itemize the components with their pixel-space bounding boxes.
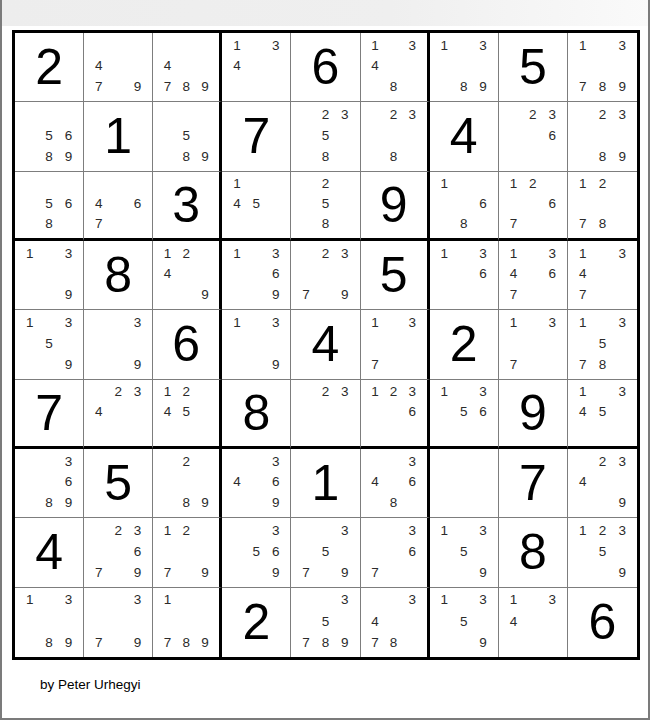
pencil-digit-4 [20, 125, 39, 146]
pencil-digit-7 [227, 354, 246, 375]
pencil-digit-5: 5 [454, 402, 473, 422]
pencil-digit-4 [366, 402, 385, 422]
pencil-grid: 467 [84, 172, 152, 238]
cell-r7c3[interactable]: 289 [153, 449, 222, 518]
cell-r1c1[interactable]: 2 [15, 33, 84, 102]
pencil-digit-3: 3 [59, 590, 78, 611]
given-digit: 9 [361, 172, 427, 238]
cell-r4c7[interactable]: 136 [430, 241, 499, 310]
pencil-digit-6 [612, 264, 632, 285]
pencil-digit-9 [403, 562, 422, 583]
pencil-digit-5 [384, 472, 403, 493]
pencil-digit-3: 3 [612, 520, 632, 541]
cell-r8c2[interactable]: 23679 [84, 518, 153, 587]
pencil-digit-3: 3 [403, 104, 422, 125]
pencil-digit-5 [523, 125, 542, 146]
pencil-digit-4 [296, 402, 315, 422]
pencil-digit-3: 3 [612, 104, 632, 125]
cell-r8c3[interactable]: 1279 [153, 518, 222, 587]
pencil-digit-1 [366, 451, 385, 472]
pencil-digit-1 [158, 451, 177, 472]
pencil-digit-5 [384, 333, 403, 354]
given-digit: 1 [84, 102, 152, 170]
cell-r1c2[interactable]: 479 [84, 33, 153, 102]
pencil-digit-1 [573, 104, 593, 125]
cell-r4c4[interactable]: 1369 [222, 241, 291, 310]
pencil-digit-2: 2 [593, 451, 613, 472]
pencil-digit-4 [89, 541, 108, 562]
pencil-digit-1: 1 [435, 590, 454, 611]
pencil-digit-8 [523, 214, 542, 234]
pencil-digit-7 [20, 493, 39, 514]
pencil-digit-4 [158, 611, 177, 632]
cell-r2c7[interactable]: 4 [430, 102, 499, 171]
pencil-digit-6 [612, 402, 632, 422]
cell-r9c1[interactable]: 1389 [15, 588, 84, 657]
cell-r9c7[interactable]: 1359 [430, 588, 499, 657]
pencil-digit-9: 9 [59, 285, 78, 306]
pencil-grid: 1369 [222, 241, 290, 309]
given-digit: 2 [222, 588, 290, 657]
pencil-digit-9: 9 [266, 354, 285, 375]
pencil-digit-6 [196, 541, 215, 562]
pencil-digit-7 [366, 146, 385, 167]
pencil-digit-7 [573, 562, 593, 583]
cell-r8c7[interactable]: 1359 [430, 518, 499, 587]
pencil-grid: 258 [291, 172, 359, 238]
pencil-digit-5 [316, 402, 335, 422]
pencil-digit-3: 3 [266, 243, 285, 264]
pencil-digit-7 [20, 146, 39, 167]
given-digit: 8 [222, 380, 290, 446]
cell-r7c9[interactable]: 2349 [568, 449, 637, 518]
cell-r6c2[interactable]: 234 [84, 380, 153, 449]
cell-r6c4[interactable]: 8 [222, 380, 291, 449]
pencil-digit-4: 4 [89, 402, 108, 422]
pencil-digit-4 [227, 333, 246, 354]
pencil-digit-9 [612, 285, 632, 306]
pencil-grid: 3478 [361, 588, 427, 657]
pencil-digit-1 [89, 590, 108, 611]
cell-r1c7[interactable]: 1389 [430, 33, 499, 102]
pencil-digit-5 [523, 611, 542, 632]
pencil-digit-2 [384, 312, 403, 333]
pencil-digit-4: 4 [89, 194, 108, 214]
cell-r3c8[interactable]: 1267 [499, 172, 568, 241]
pencil-digit-5: 5 [593, 333, 613, 354]
cell-r3c3[interactable]: 3 [153, 172, 222, 241]
pencil-digit-7: 7 [366, 632, 385, 653]
pencil-digit-9 [543, 632, 562, 653]
pencil-digit-8 [454, 493, 473, 514]
pencil-digit-8: 8 [39, 214, 58, 234]
cell-r6c9[interactable]: 1345 [568, 380, 637, 449]
pencil-grid: 1389 [15, 588, 83, 657]
pencil-digit-7 [296, 422, 315, 442]
pencil-digit-1: 1 [227, 312, 246, 333]
pencil-digit-5 [39, 264, 58, 285]
pencil-digit-2 [247, 520, 266, 541]
pencil-grid: 1359 [15, 310, 83, 378]
pencil-digit-4 [504, 333, 523, 354]
pencil-digit-4 [435, 472, 454, 493]
pencil-digit-1: 1 [20, 312, 39, 333]
pencil-digit-2 [384, 520, 403, 541]
pencil-digit-1: 1 [366, 382, 385, 402]
pencil-digit-1 [158, 35, 177, 56]
cell-r7c4[interactable]: 3469 [222, 449, 291, 518]
pencil-digit-8: 8 [454, 77, 473, 98]
pencil-digit-5: 5 [39, 194, 58, 214]
cell-r1c6[interactable]: 1348 [361, 33, 430, 102]
pencil-digit-2 [108, 35, 127, 56]
cell-r5c6[interactable]: 137 [361, 310, 430, 379]
pencil-digit-8: 8 [593, 77, 613, 98]
pencil-digit-6: 6 [543, 125, 562, 146]
cell-r9c3[interactable]: 1789 [153, 588, 222, 657]
pencil-digit-7 [89, 422, 108, 442]
pencil-digit-8 [177, 422, 196, 442]
cell-r3c1[interactable]: 568 [15, 172, 84, 241]
pencil-digit-3: 3 [335, 104, 354, 125]
pencil-digit-5: 5 [247, 194, 266, 214]
cell-r1c4[interactable]: 134 [222, 33, 291, 102]
pencil-digit-4 [20, 194, 39, 214]
pencil-digit-8 [523, 285, 542, 306]
pencil-digit-2: 2 [384, 104, 403, 125]
pencil-digit-4: 4 [573, 264, 593, 285]
pencil-digit-2 [454, 35, 473, 56]
pencil-digit-5 [523, 194, 542, 214]
pencil-digit-2 [247, 451, 266, 472]
cell-r2c9[interactable]: 2389 [568, 102, 637, 171]
pencil-digit-1: 1 [366, 312, 385, 333]
cell-r9c5[interactable]: 35789 [291, 588, 360, 657]
pencil-digit-2 [247, 35, 266, 56]
pencil-digit-7 [227, 285, 246, 306]
cell-r3c7[interactable]: 168 [430, 172, 499, 241]
pencil-digit-7: 7 [158, 77, 177, 98]
pencil-grid: 1389 [430, 33, 498, 101]
cell-r6c7[interactable]: 1356 [430, 380, 499, 449]
cell-r6c8[interactable]: 9 [499, 380, 568, 449]
pencil-grid: 236 [499, 102, 567, 170]
pencil-digit-8 [523, 146, 542, 167]
pencil-digit-3 [59, 104, 78, 125]
pencil-digit-1 [89, 382, 108, 402]
pencil-digit-9 [473, 422, 492, 442]
cell-r7c6[interactable]: 3468 [361, 449, 430, 518]
cell-r5c7[interactable]: 2 [430, 310, 499, 379]
pencil-digit-8 [108, 354, 127, 375]
pencil-digit-8 [593, 493, 613, 514]
cell-r6c5[interactable]: 23 [291, 380, 360, 449]
pencil-digit-3: 3 [403, 382, 422, 402]
cell-r9c2[interactable]: 379 [84, 588, 153, 657]
pencil-digit-6: 6 [543, 264, 562, 285]
pencil-digit-2: 2 [108, 382, 127, 402]
pencil-digit-9 [612, 214, 632, 234]
pencil-digit-8 [108, 77, 127, 98]
pencil-digit-4: 4 [366, 56, 385, 77]
pencil-digit-2 [316, 590, 335, 611]
pencil-digit-4 [89, 333, 108, 354]
cell-r4c3[interactable]: 1249 [153, 241, 222, 310]
pencil-digit-5 [384, 611, 403, 632]
cell-r5c4[interactable]: 139 [222, 310, 291, 379]
cell-r8c5[interactable]: 3579 [291, 518, 360, 587]
pencil-digit-8 [108, 632, 127, 653]
pencil-digit-9: 9 [335, 285, 354, 306]
cell-r8c6[interactable]: 367 [361, 518, 430, 587]
pencil-digit-8 [247, 354, 266, 375]
pencil-digit-1: 1 [158, 243, 177, 264]
cell-r4c6[interactable]: 5 [361, 241, 430, 310]
cell-r2c4[interactable]: 7 [222, 102, 291, 171]
pencil-digit-7 [435, 562, 454, 583]
pencil-digit-4 [158, 125, 177, 146]
cell-r4c9[interactable]: 1347 [568, 241, 637, 310]
pencil-digit-3 [473, 174, 492, 194]
pencil-digit-5 [454, 472, 473, 493]
pencil-digit-4 [573, 194, 593, 214]
pencil-digit-2 [384, 35, 403, 56]
cell-r3c2[interactable]: 467 [84, 172, 153, 241]
cell-r5c2[interactable]: 39 [84, 310, 153, 379]
pencil-grid: 23 [291, 380, 359, 446]
pencil-digit-8 [593, 562, 613, 583]
pencil-digit-2 [177, 590, 196, 611]
pencil-digit-7 [227, 493, 246, 514]
pencil-grid: 2358 [291, 102, 359, 170]
cell-r1c5[interactable]: 6 [291, 33, 360, 102]
pencil-digit-2 [523, 243, 542, 264]
pencil-digit-6 [196, 611, 215, 632]
pencil-digit-3 [473, 451, 492, 472]
pencil-digit-8 [39, 285, 58, 306]
cell-r2c8[interactable]: 236 [499, 102, 568, 171]
cell-r5c3[interactable]: 6 [153, 310, 222, 379]
pencil-digit-2 [523, 312, 542, 333]
pencil-grid: 137 [361, 310, 427, 378]
pencil-digit-4 [20, 472, 39, 493]
cell-r4c2[interactable]: 8 [84, 241, 153, 310]
given-digit: 5 [361, 241, 427, 309]
pencil-digit-9: 9 [473, 77, 492, 98]
cell-r8c4[interactable]: 3569 [222, 518, 291, 587]
pencil-digit-3 [196, 382, 215, 402]
pencil-grid: 3469 [222, 449, 290, 517]
pencil-grid: 1236 [361, 380, 427, 446]
pencil-digit-2: 2 [108, 520, 127, 541]
pencil-grid: 13578 [568, 310, 637, 378]
cell-r9c9[interactable]: 6 [568, 588, 637, 657]
given-digit: 8 [499, 518, 567, 586]
cell-r8c1[interactable]: 4 [15, 518, 84, 587]
pencil-digit-4 [296, 611, 315, 632]
pencil-digit-4 [573, 333, 593, 354]
cell-r7c5[interactable]: 1 [291, 449, 360, 518]
pencil-digit-1 [296, 382, 315, 402]
pencil-digit-8 [384, 562, 403, 583]
pencil-digit-8 [247, 77, 266, 98]
cell-r3c5[interactable]: 258 [291, 172, 360, 241]
pencil-digit-6 [128, 333, 147, 354]
pencil-digit-8: 8 [593, 214, 613, 234]
pencil-grid: 1359 [430, 518, 498, 586]
cell-r3c4[interactable]: 145 [222, 172, 291, 241]
cell-r7c8[interactable]: 7 [499, 449, 568, 518]
cell-r7c1[interactable]: 3689 [15, 449, 84, 518]
cell-r6c1[interactable]: 7 [15, 380, 84, 449]
pencil-digit-2 [177, 35, 196, 56]
pencil-grid: 479 [84, 33, 152, 101]
pencil-grid: 23679 [84, 518, 152, 586]
pencil-digit-2: 2 [384, 382, 403, 402]
pencil-digit-4 [366, 333, 385, 354]
pencil-digit-2 [454, 174, 473, 194]
pencil-digit-8: 8 [177, 146, 196, 167]
pencil-digit-5 [108, 333, 127, 354]
pencil-digit-4 [89, 611, 108, 632]
pencil-digit-5: 5 [454, 611, 473, 632]
pencil-digit-7 [435, 632, 454, 653]
pencil-digit-2: 2 [316, 382, 335, 402]
cell-r9c6[interactable]: 3478 [361, 588, 430, 657]
pencil-digit-8 [39, 354, 58, 375]
pencil-digit-9: 9 [59, 632, 78, 653]
pencil-digit-5 [523, 264, 542, 285]
pencil-digit-3: 3 [266, 312, 285, 333]
cell-r1c9[interactable]: 13789 [568, 33, 637, 102]
pencil-digit-5 [108, 611, 127, 632]
pencil-digit-3 [612, 174, 632, 194]
cell-r6c6[interactable]: 1236 [361, 380, 430, 449]
pencil-grid: 234 [84, 380, 152, 446]
pencil-digit-4 [435, 611, 454, 632]
pencil-digit-8 [316, 422, 335, 442]
pencil-grid: 3579 [291, 518, 359, 586]
pencil-digit-4 [573, 56, 593, 77]
pencil-digit-3: 3 [128, 590, 147, 611]
pencil-digit-9: 9 [59, 354, 78, 375]
cell-r7c7[interactable] [430, 449, 499, 518]
pencil-digit-7: 7 [158, 562, 177, 583]
cell-r7c2[interactable]: 5 [84, 449, 153, 518]
pencil-grid: 2379 [291, 241, 359, 309]
cell-r2c6[interactable]: 238 [361, 102, 430, 171]
pencil-digit-7: 7 [573, 285, 593, 306]
pencil-digit-7 [435, 285, 454, 306]
pencil-digit-7 [227, 214, 246, 234]
pencil-digit-9: 9 [335, 562, 354, 583]
cell-r8c8[interactable]: 8 [499, 518, 568, 587]
pencil-digit-7 [573, 146, 593, 167]
pencil-digit-5 [108, 402, 127, 422]
pencil-digit-2 [384, 590, 403, 611]
pencil-digit-9 [59, 214, 78, 234]
pencil-grid [430, 449, 498, 517]
pencil-digit-2 [593, 382, 613, 402]
pencil-digit-9 [473, 285, 492, 306]
pencil-grid: 1249 [153, 241, 219, 309]
pencil-digit-4 [158, 472, 177, 493]
pencil-digit-1 [89, 312, 108, 333]
pencil-digit-2 [523, 590, 542, 611]
cell-r9c8[interactable]: 134 [499, 588, 568, 657]
pencil-digit-8: 8 [454, 214, 473, 234]
pencil-digit-8: 8 [39, 493, 58, 514]
pencil-digit-6 [403, 611, 422, 632]
cell-r5c9[interactable]: 13578 [568, 310, 637, 379]
cell-r5c8[interactable]: 137 [499, 310, 568, 379]
cell-r4c1[interactable]: 139 [15, 241, 84, 310]
pencil-digit-6 [612, 194, 632, 214]
pencil-digit-1: 1 [435, 382, 454, 402]
pencil-digit-1 [89, 174, 108, 194]
pencil-digit-4 [366, 125, 385, 146]
pencil-digit-3: 3 [335, 243, 354, 264]
cell-r1c8[interactable]: 5 [499, 33, 568, 102]
pencil-digit-8 [454, 562, 473, 583]
pencil-digit-3 [543, 174, 562, 194]
pencil-digit-6 [59, 264, 78, 285]
pencil-digit-9 [266, 77, 285, 98]
pencil-digit-1: 1 [573, 174, 593, 194]
pencil-digit-1: 1 [573, 382, 593, 402]
pencil-digit-1 [296, 590, 315, 611]
cell-r1c3[interactable]: 4789 [153, 33, 222, 102]
cell-r3c9[interactable]: 1278 [568, 172, 637, 241]
cell-r5c1[interactable]: 1359 [15, 310, 84, 379]
cell-r2c1[interactable]: 5689 [15, 102, 84, 171]
pencil-digit-5: 5 [39, 125, 58, 146]
pencil-grid: 139 [222, 310, 290, 378]
pencil-digit-4 [296, 125, 315, 146]
cell-r8c9[interactable]: 12359 [568, 518, 637, 587]
pencil-digit-9: 9 [128, 354, 147, 375]
pencil-digit-6 [612, 333, 632, 354]
pencil-digit-9: 9 [196, 285, 215, 306]
pencil-digit-2 [39, 451, 58, 472]
pencil-digit-6 [266, 56, 285, 77]
cell-r5c5[interactable]: 4 [291, 310, 360, 379]
pencil-digit-1: 1 [573, 520, 593, 541]
cell-r2c2[interactable]: 1 [84, 102, 153, 171]
pencil-digit-1: 1 [435, 243, 454, 264]
cell-r4c8[interactable]: 13467 [499, 241, 568, 310]
pencil-digit-8: 8 [593, 354, 613, 375]
pencil-digit-8 [108, 562, 127, 583]
pencil-digit-5: 5 [316, 541, 335, 562]
pencil-digit-2 [108, 312, 127, 333]
cell-r9c4[interactable]: 2 [222, 588, 291, 657]
pencil-grid: 1267 [499, 172, 567, 238]
pencil-digit-1 [89, 520, 108, 541]
cell-r6c3[interactable]: 1245 [153, 380, 222, 449]
cell-r4c5[interactable]: 2379 [291, 241, 360, 310]
cell-r2c3[interactable]: 589 [153, 102, 222, 171]
pencil-digit-3: 3 [403, 312, 422, 333]
pencil-digit-9: 9 [196, 77, 215, 98]
cell-r3c6[interactable]: 9 [361, 172, 430, 241]
pencil-digit-6 [196, 56, 215, 77]
sudoku-board: 2479478913461348138951378956891589723582… [12, 30, 640, 660]
cell-r2c5[interactable]: 2358 [291, 102, 360, 171]
pencil-grid: 2349 [568, 449, 637, 517]
pencil-digit-8 [177, 562, 196, 583]
pencil-digit-1 [366, 520, 385, 541]
